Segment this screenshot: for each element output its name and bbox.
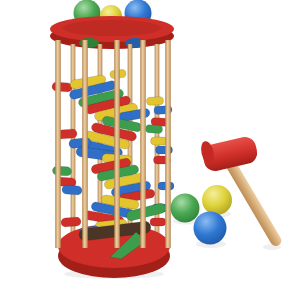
blue-ramp-piece: [62, 185, 83, 195]
mallet-handle: [225, 159, 284, 248]
wooden-dowel: [82, 40, 88, 248]
wooden-dowel: [114, 40, 120, 248]
blue-ball: [194, 212, 227, 245]
ball-tower: [50, 0, 174, 278]
red-ramp-piece: [52, 82, 73, 92]
red-ramp-piece: [150, 218, 166, 226]
yellow-ramp-piece: [151, 137, 168, 145]
yellow-ramp-piece: [146, 96, 164, 105]
green-ball: [171, 194, 200, 223]
red-ramp-piece: [61, 217, 82, 227]
toy-product-photo: [0, 0, 300, 300]
wooden-dowel: [165, 40, 171, 248]
pound-and-roll-tower-scene: [0, 0, 300, 300]
wooden-dowel: [140, 40, 146, 248]
green-ramp-piece: [145, 124, 163, 133]
wooden-dowel: [55, 40, 61, 248]
yellow-ball: [202, 185, 232, 215]
